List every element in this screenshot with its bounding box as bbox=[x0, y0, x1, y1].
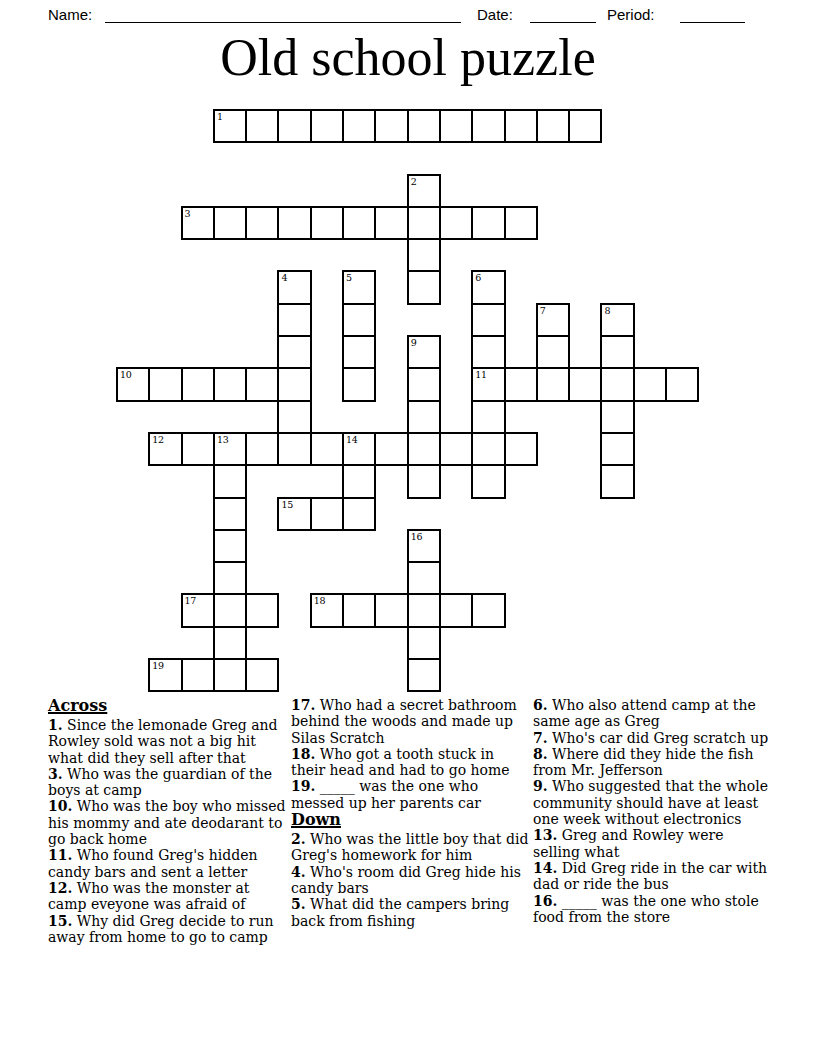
name-blank-line[interactable] bbox=[105, 6, 461, 23]
grid-cell[interactable]: 9 bbox=[407, 335, 441, 369]
grid-cell[interactable]: 16 bbox=[407, 529, 441, 563]
grid-cell[interactable] bbox=[471, 303, 505, 337]
clue-across-17: 17. Who had a secret bathroom behind the… bbox=[291, 697, 531, 746]
clue-down-7: 7. Who's car did Greg scratch up bbox=[533, 730, 773, 746]
grid-cell[interactable] bbox=[342, 367, 376, 401]
clue-number: 18 bbox=[314, 595, 326, 606]
clue-number: 7 bbox=[540, 305, 546, 316]
grid-cell[interactable] bbox=[342, 335, 376, 369]
clue-across-12: 12. Who was the monster at camp eveyone … bbox=[48, 880, 288, 913]
grid-cell[interactable] bbox=[374, 593, 408, 627]
grid-cell[interactable] bbox=[310, 109, 344, 143]
grid-cell[interactable] bbox=[213, 206, 247, 240]
grid-cell[interactable] bbox=[600, 335, 634, 369]
grid-cell[interactable] bbox=[277, 432, 311, 466]
grid-cell[interactable] bbox=[213, 367, 247, 401]
grid-cell[interactable] bbox=[471, 464, 505, 498]
grid-cell[interactable] bbox=[407, 238, 441, 272]
grid-cell[interactable] bbox=[245, 367, 279, 401]
grid-cell[interactable] bbox=[407, 367, 441, 401]
grid-cell[interactable] bbox=[245, 206, 279, 240]
clue-number: 3 bbox=[185, 208, 191, 219]
grid-cell[interactable]: 12 bbox=[148, 432, 182, 466]
grid-cell[interactable]: 18 bbox=[310, 593, 344, 627]
grid-cell[interactable] bbox=[439, 109, 473, 143]
grid-cell[interactable] bbox=[471, 109, 505, 143]
worksheet-header: Name: Date: Period: bbox=[48, 6, 772, 26]
grid-cell[interactable] bbox=[342, 464, 376, 498]
grid-cell[interactable] bbox=[600, 464, 634, 498]
clue-down-2: 2. Who was the little boy that did Greg'… bbox=[291, 831, 531, 864]
grid-cell[interactable] bbox=[245, 658, 279, 692]
grid-cell[interactable] bbox=[471, 400, 505, 434]
clue-number: 14 bbox=[346, 434, 358, 445]
clue-across-15: 15. Why did Greg decide to run away from… bbox=[48, 913, 288, 946]
grid-cell[interactable] bbox=[407, 561, 441, 595]
grid-cell[interactable] bbox=[407, 658, 441, 692]
grid-cell[interactable] bbox=[245, 593, 279, 627]
clue-number: 13 bbox=[217, 434, 229, 445]
grid-cell[interactable] bbox=[439, 593, 473, 627]
grid-cell[interactable] bbox=[407, 109, 441, 143]
worksheet-page: { "header": { "name_label": "Name:", "da… bbox=[0, 0, 816, 1056]
grid-cell[interactable] bbox=[568, 367, 602, 401]
grid-cell[interactable] bbox=[342, 593, 376, 627]
grid-cell[interactable]: 7 bbox=[536, 303, 570, 337]
date-label: Date: bbox=[477, 6, 513, 23]
grid-cell[interactable]: 13 bbox=[213, 432, 247, 466]
grid-cell[interactable] bbox=[277, 335, 311, 369]
crossword-grid: 12345678910111213141516171819 bbox=[117, 110, 698, 691]
grid-cell[interactable] bbox=[471, 593, 505, 627]
grid-cell[interactable] bbox=[471, 206, 505, 240]
grid-cell[interactable] bbox=[407, 206, 441, 240]
grid-cell[interactable] bbox=[310, 206, 344, 240]
grid-cell[interactable] bbox=[277, 367, 311, 401]
grid-cell[interactable]: 14 bbox=[342, 432, 376, 466]
grid-cell[interactable] bbox=[213, 529, 247, 563]
grid-cell[interactable] bbox=[471, 335, 505, 369]
grid-cell[interactable] bbox=[181, 432, 215, 466]
clue-across-19: 19. _____ was the one who messed up her … bbox=[291, 778, 531, 811]
clue-down-4: 4. Who's room did Greg hide his candy ba… bbox=[291, 864, 531, 897]
clue-number: 6 bbox=[475, 272, 481, 283]
grid-cell[interactable] bbox=[633, 367, 667, 401]
grid-cell[interactable]: 2 bbox=[407, 174, 441, 208]
period-blank-line[interactable] bbox=[680, 6, 745, 23]
grid-cell[interactable] bbox=[277, 303, 311, 337]
clue-number: 9 bbox=[411, 337, 417, 348]
page-title: Old school puzzle bbox=[0, 30, 816, 86]
clue-down-5: 5. What did the campers bring back from … bbox=[291, 896, 531, 929]
grid-cell[interactable] bbox=[407, 593, 441, 627]
clue-across-1: 1. Since the lemonade Greg and Rowley so… bbox=[48, 717, 288, 766]
clue-number: 15 bbox=[281, 499, 293, 510]
grid-cell[interactable]: 4 bbox=[277, 270, 311, 304]
grid-cell[interactable] bbox=[600, 400, 634, 434]
clue-number: 5 bbox=[346, 272, 352, 283]
clue-number: 17 bbox=[185, 595, 197, 606]
grid-cell[interactable] bbox=[536, 109, 570, 143]
grid-cell[interactable] bbox=[213, 658, 247, 692]
date-blank-line[interactable] bbox=[530, 6, 596, 23]
grid-cell[interactable] bbox=[374, 206, 408, 240]
grid-cell[interactable] bbox=[245, 432, 279, 466]
name-label: Name: bbox=[48, 6, 92, 23]
clue-column-1: Across1. Since the lemonade Greg and Row… bbox=[48, 697, 288, 945]
clue-down-9: 9. Who suggested that the whole communit… bbox=[533, 778, 773, 827]
grid-cell[interactable] bbox=[536, 367, 570, 401]
grid-cell[interactable] bbox=[277, 206, 311, 240]
grid-cell[interactable]: 11 bbox=[471, 367, 505, 401]
clue-column-2: 17. Who had a secret bathroom behind the… bbox=[291, 697, 531, 929]
grid-cell[interactable] bbox=[374, 432, 408, 466]
clue-down-8: 8. Where did they hide the fish from Mr.… bbox=[533, 746, 773, 779]
grid-cell[interactable] bbox=[407, 464, 441, 498]
grid-cell[interactable] bbox=[504, 109, 538, 143]
grid-cell[interactable] bbox=[213, 464, 247, 498]
grid-cell[interactable] bbox=[213, 497, 247, 531]
grid-cell[interactable] bbox=[536, 335, 570, 369]
grid-cell[interactable] bbox=[407, 432, 441, 466]
grid-cell[interactable] bbox=[148, 367, 182, 401]
clue-number: 1 bbox=[217, 111, 223, 122]
grid-cell[interactable]: 1 bbox=[213, 109, 247, 143]
grid-cell[interactable] bbox=[213, 561, 247, 595]
grid-cell[interactable] bbox=[407, 270, 441, 304]
grid-cell[interactable] bbox=[504, 432, 538, 466]
clue-number: 8 bbox=[604, 305, 610, 316]
grid-cell[interactable] bbox=[277, 400, 311, 434]
clue-number: 19 bbox=[152, 660, 164, 671]
clue-down-6: 6. Who also attend camp at the same age … bbox=[533, 697, 773, 730]
clue-number: 4 bbox=[281, 272, 287, 283]
clue-number: 10 bbox=[120, 369, 132, 380]
grid-cell[interactable] bbox=[342, 497, 376, 531]
clue-across-10: 10. Who was the boy who missed his mommy… bbox=[48, 798, 288, 847]
grid-cell[interactable] bbox=[310, 432, 344, 466]
grid-cell[interactable] bbox=[600, 367, 634, 401]
grid-cell[interactable] bbox=[504, 367, 538, 401]
grid-cell[interactable] bbox=[277, 109, 311, 143]
clue-number: 11 bbox=[475, 369, 487, 380]
clues-heading-across: Across bbox=[48, 697, 288, 715]
clue-lists: Across1. Since the lemonade Greg and Row… bbox=[48, 697, 772, 967]
grid-cell[interactable] bbox=[342, 303, 376, 337]
clue-number: 16 bbox=[411, 531, 423, 542]
grid-cell[interactable]: 10 bbox=[116, 367, 150, 401]
grid-cell[interactable] bbox=[600, 432, 634, 466]
grid-cell[interactable] bbox=[245, 109, 279, 143]
grid-cell[interactable] bbox=[181, 367, 215, 401]
clue-number: 2 bbox=[411, 176, 417, 187]
grid-cell[interactable]: 15 bbox=[277, 497, 311, 531]
grid-cell[interactable]: 3 bbox=[181, 206, 215, 240]
clue-column-3: 6. Who also attend camp at the same age … bbox=[533, 697, 773, 925]
grid-cell[interactable] bbox=[471, 432, 505, 466]
clue-down-14: 14. Did Greg ride in the car with dad or… bbox=[533, 860, 773, 893]
period-label: Period: bbox=[607, 6, 655, 23]
grid-cell[interactable] bbox=[213, 626, 247, 660]
clues-heading-down: Down bbox=[291, 811, 531, 829]
grid-cell[interactable]: 6 bbox=[471, 270, 505, 304]
grid-cell[interactable] bbox=[342, 206, 376, 240]
grid-cell[interactable] bbox=[439, 206, 473, 240]
clue-across-18: 18. Who got a tooth stuck in their head … bbox=[291, 746, 531, 779]
grid-cell[interactable] bbox=[374, 109, 408, 143]
clue-across-3: 3. Who was the guardian of the boys at c… bbox=[48, 766, 288, 799]
grid-cell[interactable]: 19 bbox=[148, 658, 182, 692]
clue-number: 12 bbox=[152, 434, 164, 445]
clue-across-11: 11. Who found Greg's hidden candy bars a… bbox=[48, 847, 288, 880]
grid-cell[interactable] bbox=[181, 658, 215, 692]
grid-cell[interactable]: 17 bbox=[181, 593, 215, 627]
grid-cell[interactable] bbox=[504, 206, 538, 240]
grid-cell[interactable] bbox=[310, 497, 344, 531]
grid-cell[interactable] bbox=[665, 367, 699, 401]
grid-cell[interactable]: 5 bbox=[342, 270, 376, 304]
grid-cell[interactable] bbox=[342, 109, 376, 143]
clue-down-13: 13. Greg and Rowley were selling what bbox=[533, 827, 773, 860]
grid-cell[interactable] bbox=[439, 432, 473, 466]
grid-cell[interactable] bbox=[213, 593, 247, 627]
grid-cell[interactable] bbox=[407, 626, 441, 660]
clue-down-16: 16. _____ was the one who stole food fro… bbox=[533, 893, 773, 926]
grid-cell[interactable] bbox=[407, 400, 441, 434]
grid-cell[interactable] bbox=[568, 109, 602, 143]
grid-cell[interactable]: 8 bbox=[600, 303, 634, 337]
